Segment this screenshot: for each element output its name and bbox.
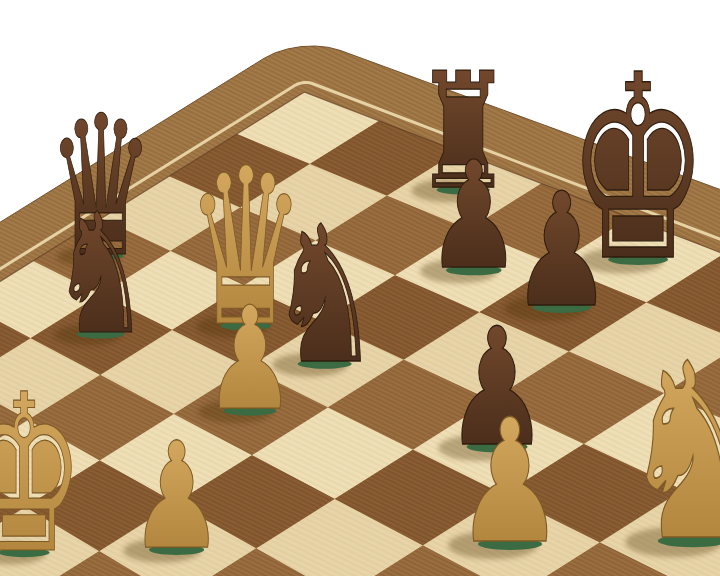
board-photo-svg: ♜♛♚♟♟♛♞♞♟♟♞♟♟♚ xyxy=(0,0,720,576)
piece-light-pawn-e2[interactable]: ♟ xyxy=(129,411,224,576)
piece-glyph-pawn: ♟ xyxy=(455,383,565,576)
piece-glyph-knight: ♞ xyxy=(51,177,150,371)
piece-light-king-d1[interactable]: ♚ xyxy=(0,348,85,576)
piece-glyph-pawn: ♟ xyxy=(129,411,224,576)
piece-light-knight-h5[interactable]: ♞ xyxy=(621,312,720,576)
piece-light-pawn-g4[interactable]: ♟ xyxy=(455,383,565,576)
piece-dark-knight-b4[interactable]: ♞ xyxy=(51,177,150,371)
piece-glyph-pawn: ♟ xyxy=(426,130,522,302)
chessboard-photo: ♜♛♚♟♟♛♞♞♟♟♞♟♟♚ xyxy=(0,0,720,576)
piece-dark-pawn-d7[interactable]: ♟ xyxy=(426,130,522,302)
piece-glyph-king: ♚ xyxy=(0,348,85,576)
piece-glyph-knight: ♞ xyxy=(621,312,720,576)
